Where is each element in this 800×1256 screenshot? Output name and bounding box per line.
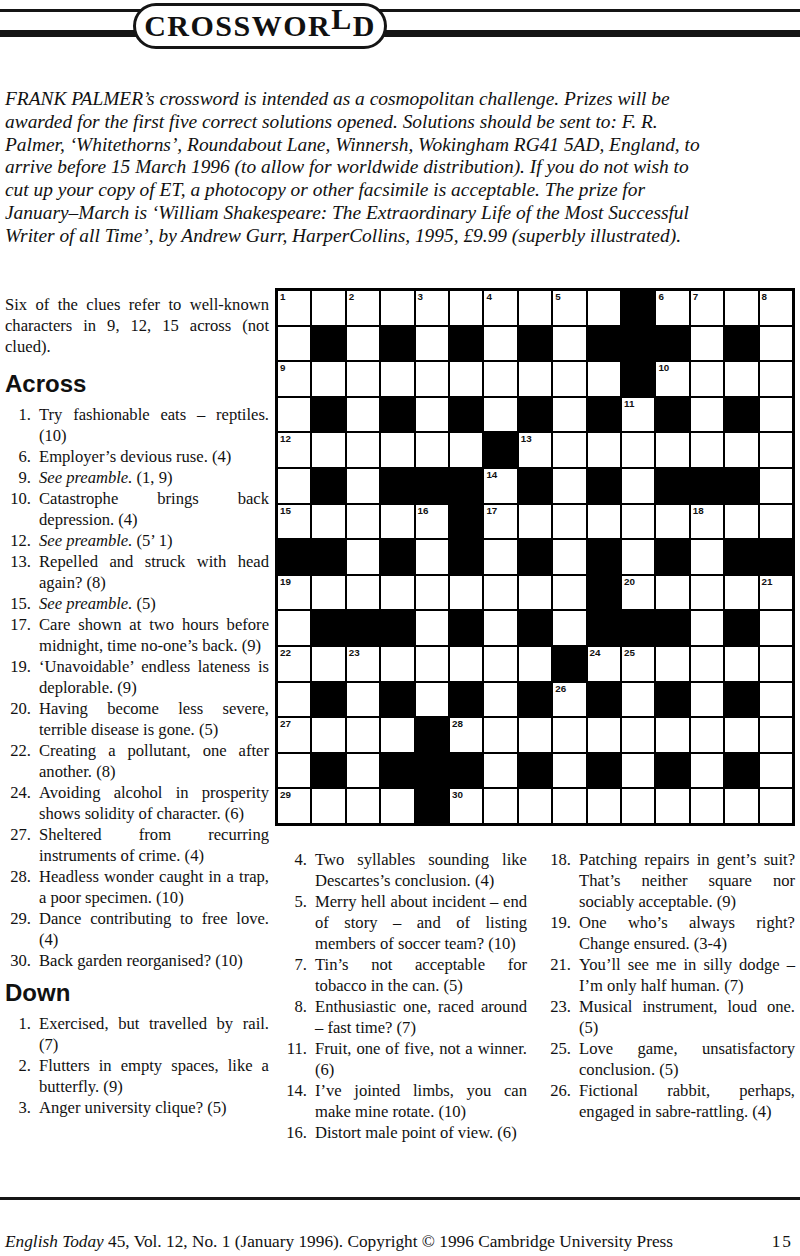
grid-cell[interactable] [552,397,586,433]
grid-cell[interactable] [759,397,793,433]
clue-text: Enthusiastic one, raced around – fast ti… [315,996,527,1038]
grid-cell[interactable] [621,539,655,575]
grid-cell[interactable] [483,717,517,753]
clue-text: Having become less severe, terrible dise… [39,698,269,740]
grid-cell[interactable]: 25 [621,646,655,682]
grid-cell-black [724,753,758,789]
grid-cell[interactable] [380,504,414,540]
grid-cell[interactable] [311,788,345,824]
clue-item: 15.See preamble. (5) [5,593,269,614]
clue-num: 9. [5,467,31,488]
grid-cell-black [449,753,483,789]
grid-cell[interactable] [655,432,689,468]
grid-cell[interactable] [759,646,793,682]
grid-cell[interactable] [621,432,655,468]
cell-clue-number: 20 [624,576,635,587]
grid-cell-black [655,468,689,504]
grid-cell[interactable] [415,575,449,611]
grid-cell[interactable] [518,504,552,540]
clue-text: Fruit, one of five, not a winner. (6) [315,1038,527,1080]
clue-text: Flutters in empty spaces, like a butterf… [39,1055,269,1097]
clue-num: 8. [281,996,307,1038]
grid-cell[interactable] [346,504,380,540]
grid-cell[interactable] [483,326,517,362]
clue-text: Exercised, but travelled by rail. (7) [39,1013,269,1055]
clue-item: 12.See preamble. (5’ 1) [5,530,269,551]
grid-cell[interactable] [346,397,380,433]
clue-item: 13.Repelled and struck with head again? … [5,551,269,593]
grid-cell[interactable] [518,290,552,326]
grid-cell[interactable] [552,610,586,646]
cell-clue-number: 1 [280,291,285,302]
grid-cell-black [518,753,552,789]
grid-cell[interactable] [655,717,689,753]
down-heading: Down [5,980,269,1006]
grid-cell[interactable] [552,432,586,468]
grid-cell[interactable] [311,432,345,468]
grid-cell[interactable] [346,468,380,504]
grid-cell[interactable]: 21 [759,575,793,611]
grid-cell[interactable] [690,610,724,646]
grid-cell-black [277,539,311,575]
clue-num: 28. [5,866,31,908]
cell-clue-number: 9 [280,362,285,373]
grid-cell-black [621,290,655,326]
grid-cell-black [587,397,621,433]
grid-cell[interactable] [449,646,483,682]
clue-text: See preamble. (5) [39,593,269,614]
grid-cell[interactable] [415,539,449,575]
grid-cell[interactable] [483,646,517,682]
cell-clue-number: 27 [280,718,291,729]
grid-cell[interactable] [277,682,311,718]
crossword-grid: 1234567891011121314151617181920212223242… [275,288,795,826]
grid-cell-black [655,539,689,575]
grid-cell-black [311,753,345,789]
clue-item: 8.Enthusiastic one, raced around – fast … [281,996,527,1038]
grid-cell[interactable] [552,788,586,824]
grid-cell[interactable] [415,682,449,718]
grid-cell-black [552,646,586,682]
grid-cell[interactable] [587,432,621,468]
grid-cell[interactable]: 16 [415,504,449,540]
grid-cell[interactable]: 30 [449,788,483,824]
grid-cell[interactable] [552,504,586,540]
grid-cell[interactable] [724,290,758,326]
grid-cell[interactable] [759,432,793,468]
preamble: FRANK PALMER’s crossword is intended as … [5,88,701,248]
grid-cell[interactable]: 2 [346,290,380,326]
clue-item: 3.Anger university clique? (5) [5,1097,269,1118]
grid-cell[interactable] [346,326,380,362]
grid-cell[interactable] [346,361,380,397]
cell-clue-number: 29 [280,789,291,800]
instructions-note: Six of the clues refer to well-known cha… [5,294,269,358]
grid-cell[interactable] [483,682,517,718]
grid-cell-black [724,326,758,362]
grid-cell[interactable] [724,575,758,611]
clue-num: 29. [5,908,31,950]
grid-cell[interactable]: 26 [552,682,586,718]
grid-cell-black [518,610,552,646]
grid-cell[interactable] [483,361,517,397]
cell-clue-number: 5 [555,291,560,302]
clue-item: 19.‘Unavoidable’ endless lateness is dep… [5,656,269,698]
clue-item: 4.Two syllables sounding like Descartes’… [281,849,527,891]
grid-cell[interactable] [587,788,621,824]
grid-cell[interactable] [552,326,586,362]
grid-cell-black [449,468,483,504]
clue-num: 21. [545,954,571,996]
grid-cell[interactable]: 5 [552,290,586,326]
grid-cell[interactable] [483,610,517,646]
grid-cell-black [311,539,345,575]
grid-cell[interactable] [724,432,758,468]
grid-cell[interactable] [552,575,586,611]
grid-cell[interactable] [655,504,689,540]
grid-cell[interactable] [724,788,758,824]
clue-text: Anger university clique? (5) [39,1097,269,1118]
grid-cell-black [759,539,793,575]
grid-cell[interactable] [655,646,689,682]
grid-cell[interactable] [518,646,552,682]
grid-cell[interactable] [587,290,621,326]
journal-name: English Today [5,1232,104,1251]
grid-cell[interactable] [724,504,758,540]
clue-text: I’ve jointed limbs, you can make mine ro… [315,1080,527,1122]
grid-cell[interactable]: 1 [277,290,311,326]
clue-item: 10.Catastrophe brings back depression. (… [5,488,269,530]
clue-item: 19.One who’s always right? Change ensure… [545,912,795,954]
grid-cell-black [724,468,758,504]
grid-cell[interactable] [690,717,724,753]
clue-text: Try fashionable eats – reptiles. (10) [39,404,269,446]
clue-text: Dance contributing to free love. (4) [39,908,269,950]
cell-clue-number: 4 [486,291,491,302]
grid-cell[interactable]: 10 [655,361,689,397]
down-clues-list-left: 1.Exercised, but travelled by rail. (7)2… [5,1013,269,1118]
clue-item: 22.Creating a pollutant, one after anoth… [5,740,269,782]
grid-cell[interactable] [380,788,414,824]
grid-cell[interactable] [346,753,380,789]
grid-cell[interactable] [621,753,655,789]
magazine-logo: CROSSWORLD [133,3,387,49]
grid-cell[interactable] [759,361,793,397]
grid-cell-black [518,397,552,433]
clue-item: 18.Patching repairs in gent’s suit? That… [545,849,795,912]
grid-cell-black [449,610,483,646]
grid-cell[interactable]: 3 [415,290,449,326]
grid-cell[interactable] [552,539,586,575]
grid-cell[interactable] [277,753,311,789]
grid-cell[interactable] [311,717,345,753]
grid-cell-black [587,575,621,611]
grid-cell[interactable] [449,575,483,611]
grid-cell[interactable] [415,397,449,433]
grid-cell[interactable] [690,788,724,824]
grid-cell-black [587,326,621,362]
cell-clue-number: 8 [762,291,767,302]
cell-clue-number: 18 [693,505,704,516]
grid-cell[interactable]: 15 [277,504,311,540]
cell-clue-number: 26 [555,683,566,694]
grid-cell[interactable]: 29 [277,788,311,824]
grid-cell-black [724,682,758,718]
logo-title: CROSSWORLD [144,2,376,42]
clue-text: Repelled and struck with head again? (8) [39,551,269,593]
grid-cell[interactable] [690,326,724,362]
grid-cell[interactable] [518,361,552,397]
cell-clue-number: 19 [280,576,291,587]
grid-cell[interactable] [449,290,483,326]
grid-cell[interactable] [346,575,380,611]
clue-item: 27.Sheltered from recurring instruments … [5,824,269,866]
grid-cell[interactable]: 20 [621,575,655,611]
grid-cell[interactable] [380,646,414,682]
grid-cell[interactable] [724,361,758,397]
grid-cell[interactable] [483,788,517,824]
grid-cell-black [724,539,758,575]
cell-clue-number: 15 [280,505,291,516]
grid-cell[interactable] [621,717,655,753]
grid-cell[interactable] [552,361,586,397]
grid-cell[interactable] [724,717,758,753]
grid-cell[interactable]: 18 [690,504,724,540]
grid-cell[interactable] [552,753,586,789]
grid-cell[interactable] [311,361,345,397]
grid-cell-black [621,361,655,397]
grid-cell[interactable] [277,610,311,646]
grid-cell-black [449,326,483,362]
grid-cell[interactable] [724,646,758,682]
grid-cell[interactable] [690,682,724,718]
clue-text: Patching repairs in gent’s suit? That’s … [579,849,795,912]
clue-num: 20. [5,698,31,740]
grid-cell-black [380,753,414,789]
grid-cell[interactable] [690,646,724,682]
grid-cell[interactable] [311,290,345,326]
clue-num: 22. [5,740,31,782]
cell-clue-number: 12 [280,433,291,444]
grid-cell[interactable] [759,504,793,540]
grid-cell[interactable] [621,468,655,504]
clue-num: 18. [545,849,571,912]
grid-cell[interactable]: 28 [449,717,483,753]
clue-text: Two syllables sounding like Descartes’s … [315,849,527,891]
grid-cell-black [311,397,345,433]
grid-cell-black [415,753,449,789]
grid-cell-black [483,432,517,468]
grid-cell[interactable] [690,361,724,397]
grid-cell-black [380,468,414,504]
clue-num: 15. [5,593,31,614]
grid-cell[interactable] [759,753,793,789]
clue-num: 4. [281,849,307,891]
grid-cell[interactable]: 12 [277,432,311,468]
grid-cell[interactable]: 11 [621,397,655,433]
grid-cell-black [415,788,449,824]
grid-cell[interactable] [518,575,552,611]
grid-cell[interactable] [449,432,483,468]
clue-text: Love game, unsatisfactory conclusion. (5… [579,1038,795,1080]
grid-cell[interactable] [759,326,793,362]
grid-cell[interactable]: 27 [277,717,311,753]
grid-cell-black [380,397,414,433]
grid-cell-black [311,610,345,646]
cell-clue-number: 10 [658,362,669,373]
grid-cell[interactable]: 9 [277,361,311,397]
clue-num: 11. [281,1038,307,1080]
grid-cell[interactable] [277,326,311,362]
grid-cell[interactable] [483,397,517,433]
grid-cell[interactable] [759,788,793,824]
grid-cell[interactable] [483,575,517,611]
across-heading: Across [5,371,269,397]
grid-cell-black [621,326,655,362]
grid-cell[interactable]: 17 [483,504,517,540]
grid-cell[interactable] [759,717,793,753]
clue-num: 2. [5,1055,31,1097]
grid-cell[interactable] [587,361,621,397]
grid-cell[interactable] [415,610,449,646]
grid-cell[interactable] [518,717,552,753]
grid-cell[interactable]: 8 [759,290,793,326]
grid-cell[interactable] [483,539,517,575]
clue-num: 3. [5,1097,31,1118]
clue-text: Care shown at two hours before midnight,… [39,614,269,656]
grid-cell[interactable] [380,717,414,753]
grid-cell[interactable] [380,432,414,468]
grid-cell[interactable] [759,610,793,646]
grid-cell[interactable] [690,753,724,789]
grid-cell[interactable]: 4 [483,290,517,326]
grid-cell-black [724,397,758,433]
grid-cell[interactable] [690,432,724,468]
grid-cell[interactable] [621,682,655,718]
grid-cell[interactable] [552,717,586,753]
grid-cell-black [587,468,621,504]
clue-item: 25.Love game, unsatisfactory conclusion.… [545,1038,795,1080]
clue-num: 1. [5,404,31,446]
grid-cell[interactable] [552,468,586,504]
grid-cell-black [587,682,621,718]
grid-cell-black [311,326,345,362]
grid-cell[interactable] [690,397,724,433]
clue-num: 19. [545,912,571,954]
grid-cell[interactable] [277,397,311,433]
clue-item: 9.See preamble. (1, 9) [5,467,269,488]
cell-clue-number: 21 [762,576,773,587]
clue-num: 10. [5,488,31,530]
grid-cell[interactable] [415,326,449,362]
clue-item: 1.Exercised, but travelled by rail. (7) [5,1013,269,1055]
clue-num: 23. [545,996,571,1038]
grid-cell[interactable] [587,717,621,753]
grid-cell[interactable] [759,682,793,718]
clue-num: 6. [5,446,31,467]
grid-cell[interactable] [483,753,517,789]
clue-text: Creating a pollutant, one after another.… [39,740,269,782]
clue-item: 7.Tin’s not acceptable for tobacco in th… [281,954,527,996]
grid-cell[interactable]: 14 [483,468,517,504]
grid-cell[interactable] [277,468,311,504]
grid-cell[interactable] [346,788,380,824]
clue-num: 12. [5,530,31,551]
grid-cell[interactable] [415,361,449,397]
grid-cell-black [655,326,689,362]
grid-cell[interactable] [346,539,380,575]
grid-cell[interactable] [415,646,449,682]
clue-item: 14.I’ve jointed limbs, you can make mine… [281,1080,527,1122]
grid-cell[interactable] [311,646,345,682]
grid-cell[interactable] [690,575,724,611]
grid-cell[interactable] [380,361,414,397]
grid-cell[interactable] [655,575,689,611]
clue-text: ‘Unavoidable’ endless lateness is deplor… [39,656,269,698]
grid-cell[interactable] [415,432,449,468]
cell-clue-number: 22 [280,647,291,658]
clue-item: 28.Headless wonder caught in a trap, a p… [5,866,269,908]
grid-cell[interactable] [380,290,414,326]
grid-cell-black [587,753,621,789]
cell-clue-number: 3 [418,291,423,302]
banner-thick-rule [0,30,800,37]
grid-cell[interactable] [621,788,655,824]
across-clues-list: 1.Try fashionable eats – reptiles. (10)6… [5,404,269,971]
left-column: Six of the clues refer to well-known cha… [5,294,269,1118]
clue-text: Headless wonder caught in a trap, a poor… [39,866,269,908]
grid-cell[interactable]: 6 [655,290,689,326]
grid-cell[interactable] [587,504,621,540]
cell-clue-number: 23 [349,647,360,658]
grid-cell-black [655,397,689,433]
grid-cell[interactable] [690,539,724,575]
logo-text: CROSSWOR [144,9,331,42]
clue-num: 1. [5,1013,31,1055]
logo-raised-letter: L [331,2,353,35]
grid-cell[interactable] [759,468,793,504]
clue-item: 5.Merry hell about incident – end of sto… [281,891,527,954]
grid-cell[interactable] [518,788,552,824]
grid-cell[interactable] [655,788,689,824]
clue-num: 30. [5,950,31,971]
grid-cell[interactable] [380,575,414,611]
grid-cell[interactable]: 22 [277,646,311,682]
clue-num: 17. [5,614,31,656]
grid-cell[interactable] [449,361,483,397]
grid-cell[interactable]: 19 [277,575,311,611]
clue-text: Fictional rabbit, perhaps, engaged in sa… [579,1080,795,1122]
grid-cell[interactable] [311,575,345,611]
clue-text: Catastrophe brings back depression. (4) [39,488,269,530]
clue-item: 17.Care shown at two hours before midnig… [5,614,269,656]
grid-cell[interactable]: 13 [518,432,552,468]
clue-text: One who’s always right? Change ensured. … [579,912,795,954]
grid-cell-black [449,539,483,575]
grid-cell[interactable] [311,504,345,540]
clue-text: Distort male point of view. (6) [315,1122,527,1143]
clue-item: 2.Flutters in empty spaces, like a butte… [5,1055,269,1097]
grid-cell[interactable]: 23 [346,646,380,682]
grid-cell[interactable]: 7 [690,290,724,326]
clue-item: 1.Try fashionable eats – reptiles. (10) [5,404,269,446]
grid-cell[interactable] [346,432,380,468]
grid-cell[interactable] [346,682,380,718]
grid-cell[interactable] [346,717,380,753]
grid-cell-black [587,610,621,646]
grid-cell[interactable] [621,504,655,540]
grid-cell[interactable]: 24 [587,646,621,682]
